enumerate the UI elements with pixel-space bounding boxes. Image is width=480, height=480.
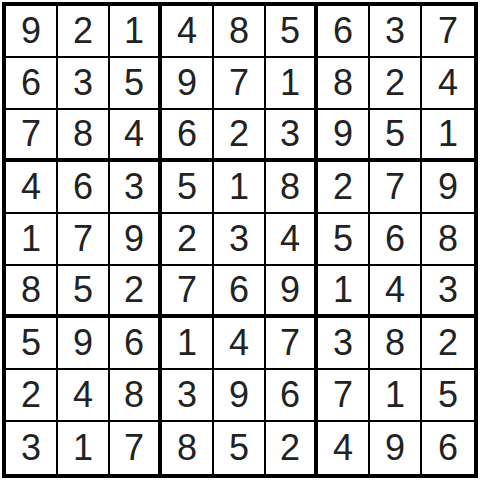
sudoku-cell-r8c6[interactable]: 6 <box>266 370 318 422</box>
sudoku-cell-r1c5[interactable]: 8 <box>214 6 266 58</box>
sudoku-cell-r2c4[interactable]: 9 <box>162 58 214 110</box>
sudoku-cell-r9c3[interactable]: 7 <box>110 422 162 474</box>
sudoku-cell-r8c1[interactable]: 2 <box>6 370 58 422</box>
sudoku-cell-r8c9[interactable]: 5 <box>422 370 474 422</box>
sudoku-cell-r7c4[interactable]: 1 <box>162 318 214 370</box>
sudoku-cell-r3c8[interactable]: 5 <box>370 110 422 162</box>
sudoku-cell-r3c5[interactable]: 2 <box>214 110 266 162</box>
sudoku-cell-r8c8[interactable]: 1 <box>370 370 422 422</box>
sudoku-cell-r4c8[interactable]: 7 <box>370 162 422 214</box>
sudoku-cell-r5c1[interactable]: 1 <box>6 214 58 266</box>
sudoku-cell-r8c4[interactable]: 3 <box>162 370 214 422</box>
sudoku-cell-r3c7[interactable]: 9 <box>318 110 370 162</box>
sudoku-cell-r4c6[interactable]: 8 <box>266 162 318 214</box>
sudoku-cell-r5c3[interactable]: 9 <box>110 214 162 266</box>
sudoku-cell-r5c2[interactable]: 7 <box>58 214 110 266</box>
sudoku-cell-r2c7[interactable]: 8 <box>318 58 370 110</box>
sudoku-cell-r5c8[interactable]: 6 <box>370 214 422 266</box>
sudoku-cell-r8c5[interactable]: 9 <box>214 370 266 422</box>
sudoku-cell-r1c9[interactable]: 7 <box>422 6 474 58</box>
sudoku-cell-r3c4[interactable]: 6 <box>162 110 214 162</box>
sudoku-cell-r4c2[interactable]: 6 <box>58 162 110 214</box>
sudoku-cell-r6c2[interactable]: 5 <box>58 266 110 318</box>
sudoku-cell-r2c1[interactable]: 6 <box>6 58 58 110</box>
sudoku-cell-r3c9[interactable]: 1 <box>422 110 474 162</box>
sudoku-cell-r6c9[interactable]: 3 <box>422 266 474 318</box>
sudoku-cell-r9c8[interactable]: 9 <box>370 422 422 474</box>
sudoku-cell-r4c7[interactable]: 2 <box>318 162 370 214</box>
sudoku-cell-r4c5[interactable]: 1 <box>214 162 266 214</box>
sudoku-cell-r2c9[interactable]: 4 <box>422 58 474 110</box>
sudoku-cell-r4c3[interactable]: 3 <box>110 162 162 214</box>
sudoku-board-wrap: 9214856376359718247846239514635182791792… <box>2 2 478 478</box>
sudoku-cell-r1c2[interactable]: 2 <box>58 6 110 58</box>
sudoku-cell-r9c1[interactable]: 3 <box>6 422 58 474</box>
sudoku-cell-r5c9[interactable]: 8 <box>422 214 474 266</box>
sudoku-cell-r6c4[interactable]: 7 <box>162 266 214 318</box>
sudoku-cell-r9c5[interactable]: 5 <box>214 422 266 474</box>
sudoku-cell-r1c1[interactable]: 9 <box>6 6 58 58</box>
sudoku-cell-r7c2[interactable]: 9 <box>58 318 110 370</box>
sudoku-board: 9214856376359718247846239514635182791792… <box>2 2 478 478</box>
sudoku-cell-r7c1[interactable]: 5 <box>6 318 58 370</box>
sudoku-cell-r1c6[interactable]: 5 <box>266 6 318 58</box>
sudoku-cell-r1c4[interactable]: 4 <box>162 6 214 58</box>
sudoku-cell-r1c8[interactable]: 3 <box>370 6 422 58</box>
sudoku-cell-r9c7[interactable]: 4 <box>318 422 370 474</box>
sudoku-cell-r6c8[interactable]: 4 <box>370 266 422 318</box>
sudoku-cell-r3c1[interactable]: 7 <box>6 110 58 162</box>
sudoku-cell-r5c6[interactable]: 4 <box>266 214 318 266</box>
sudoku-cell-r9c2[interactable]: 1 <box>58 422 110 474</box>
sudoku-cell-r2c8[interactable]: 2 <box>370 58 422 110</box>
sudoku-cell-r7c5[interactable]: 4 <box>214 318 266 370</box>
sudoku-cell-r9c6[interactable]: 2 <box>266 422 318 474</box>
sudoku-cell-r3c3[interactable]: 4 <box>110 110 162 162</box>
sudoku-cell-r1c7[interactable]: 6 <box>318 6 370 58</box>
sudoku-cell-r4c9[interactable]: 9 <box>422 162 474 214</box>
sudoku-cell-r7c3[interactable]: 6 <box>110 318 162 370</box>
sudoku-cell-r6c6[interactable]: 9 <box>266 266 318 318</box>
sudoku-cell-r7c8[interactable]: 8 <box>370 318 422 370</box>
sudoku-cell-r4c4[interactable]: 5 <box>162 162 214 214</box>
sudoku-cell-r7c9[interactable]: 2 <box>422 318 474 370</box>
sudoku-cell-r5c5[interactable]: 3 <box>214 214 266 266</box>
sudoku-cell-r8c7[interactable]: 7 <box>318 370 370 422</box>
sudoku-cell-r1c3[interactable]: 1 <box>110 6 162 58</box>
sudoku-cell-r5c4[interactable]: 2 <box>162 214 214 266</box>
sudoku-cell-r2c3[interactable]: 5 <box>110 58 162 110</box>
sudoku-cell-r7c6[interactable]: 7 <box>266 318 318 370</box>
sudoku-cell-r3c2[interactable]: 8 <box>58 110 110 162</box>
sudoku-cell-r2c2[interactable]: 3 <box>58 58 110 110</box>
sudoku-cell-r6c7[interactable]: 1 <box>318 266 370 318</box>
sudoku-cell-r4c1[interactable]: 4 <box>6 162 58 214</box>
sudoku-cell-r6c3[interactable]: 2 <box>110 266 162 318</box>
sudoku-cell-r8c2[interactable]: 4 <box>58 370 110 422</box>
sudoku-cell-r3c6[interactable]: 3 <box>266 110 318 162</box>
sudoku-cell-r9c9[interactable]: 6 <box>422 422 474 474</box>
sudoku-cell-r2c6[interactable]: 1 <box>266 58 318 110</box>
sudoku-cell-r6c1[interactable]: 8 <box>6 266 58 318</box>
sudoku-cell-r9c4[interactable]: 8 <box>162 422 214 474</box>
sudoku-cell-r5c7[interactable]: 5 <box>318 214 370 266</box>
sudoku-cell-r7c7[interactable]: 3 <box>318 318 370 370</box>
sudoku-cell-r6c5[interactable]: 6 <box>214 266 266 318</box>
sudoku-cell-r8c3[interactable]: 8 <box>110 370 162 422</box>
sudoku-cell-r2c5[interactable]: 7 <box>214 58 266 110</box>
